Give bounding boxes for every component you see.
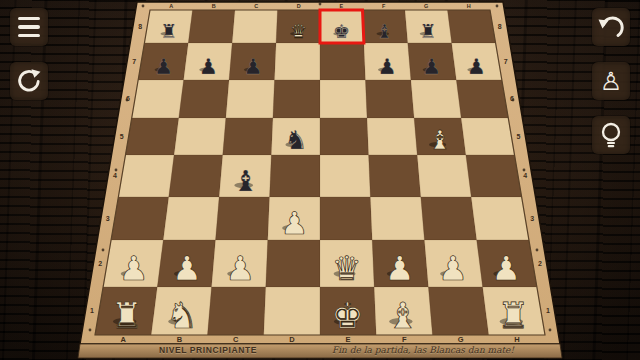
chess-board[interactable]: AABBCCDDEEFFGGHH8877665544332211♜♛♚♝♜♟♟♟… xyxy=(0,0,640,360)
square-g1[interactable] xyxy=(428,287,488,335)
frame-screw xyxy=(102,249,105,252)
square-d4[interactable] xyxy=(270,155,320,197)
menu-button[interactable] xyxy=(10,8,48,46)
coordinate-label: C xyxy=(254,3,258,9)
square-e3[interactable] xyxy=(320,197,372,240)
coordinate-label: H xyxy=(514,335,519,344)
frame-screw xyxy=(549,329,552,332)
level-label: NIVEL PRINCIPIANTE xyxy=(146,345,270,355)
piece-white-pawn-d3[interactable]: ♟ xyxy=(280,205,308,241)
player-side-button[interactable]: ♙ xyxy=(592,62,630,100)
coordinate-label: 1 xyxy=(90,307,94,314)
restart-button[interactable] xyxy=(10,62,48,100)
square-c3[interactable] xyxy=(216,197,270,240)
square-a4[interactable] xyxy=(118,155,174,197)
piece-white-pawn-c2[interactable]: ♟ xyxy=(225,249,255,288)
square-f3[interactable] xyxy=(370,197,424,240)
piece-black-pawn-b7[interactable]: ♟ xyxy=(199,54,218,79)
coordinate-label: D xyxy=(289,335,295,344)
square-h3[interactable] xyxy=(471,197,529,240)
square-f5[interactable] xyxy=(367,118,417,155)
coordinate-label: 1 xyxy=(546,307,550,314)
square-c5[interactable] xyxy=(223,118,273,155)
coordinate-label: 8 xyxy=(498,23,502,30)
square-c8[interactable] xyxy=(232,10,277,43)
coordinate-label: D xyxy=(297,3,301,9)
square-e4[interactable] xyxy=(320,155,370,197)
square-h5[interactable] xyxy=(461,118,514,155)
square-g3[interactable] xyxy=(421,197,477,240)
piece-white-knight-b1[interactable]: ♞ xyxy=(166,295,198,336)
coordinate-label: 7 xyxy=(504,58,508,65)
coordinate-label: 2 xyxy=(98,260,102,267)
square-a5[interactable] xyxy=(125,118,178,155)
frame-screw xyxy=(89,329,92,332)
undo-button[interactable] xyxy=(592,8,630,46)
coordinate-label: 8 xyxy=(138,23,142,30)
coordinate-label: 2 xyxy=(538,260,542,267)
piece-white-bishop-g5[interactable]: ♝ xyxy=(428,125,451,155)
piece-black-rook-g8[interactable]: ♜ xyxy=(419,20,436,42)
coordinate-label: E xyxy=(339,3,343,9)
coordinate-label: A xyxy=(169,3,173,9)
piece-white-king-e1[interactable]: ♚ xyxy=(332,295,364,336)
square-d6[interactable] xyxy=(273,80,320,118)
piece-white-pawn-f2[interactable]: ♟ xyxy=(385,249,415,288)
piece-black-rook-a8[interactable]: ♜ xyxy=(160,20,177,42)
square-f6[interactable] xyxy=(365,80,414,118)
frame-screw xyxy=(523,169,526,172)
square-c1[interactable] xyxy=(208,287,266,335)
menu-icon xyxy=(18,17,40,37)
square-a6[interactable] xyxy=(132,80,184,118)
hint-button[interactable] xyxy=(592,116,630,154)
piece-white-bishop-f1[interactable]: ♝ xyxy=(387,295,419,336)
chess-app-screen: AABBCCDDEEFFGGHH8877665544332211♜♛♚♝♜♟♟♟… xyxy=(0,0,640,360)
square-g6[interactable] xyxy=(411,80,461,118)
lightbulb-icon xyxy=(594,118,628,152)
coordinate-label: F xyxy=(402,335,407,344)
pawn-icon: ♙ xyxy=(600,69,622,94)
square-f4[interactable] xyxy=(369,155,421,197)
coordinate-label: 3 xyxy=(106,215,110,222)
square-g4[interactable] xyxy=(417,155,471,197)
frame-screw xyxy=(536,249,539,252)
square-h4[interactable] xyxy=(466,155,522,197)
square-b5[interactable] xyxy=(174,118,226,155)
undo-icon xyxy=(595,11,627,43)
piece-white-pawn-b2[interactable]: ♟ xyxy=(172,249,202,288)
piece-white-pawn-a2[interactable]: ♟ xyxy=(119,249,149,288)
coordinate-label: 4 xyxy=(113,172,117,179)
piece-white-pawn-g2[interactable]: ♟ xyxy=(438,249,468,288)
square-h6[interactable] xyxy=(456,80,508,118)
piece-white-rook-h1[interactable]: ♜ xyxy=(497,295,529,336)
square-a3[interactable] xyxy=(111,197,169,240)
square-d7[interactable] xyxy=(275,43,320,80)
square-d1[interactable] xyxy=(264,287,320,335)
square-h8[interactable] xyxy=(448,10,496,43)
coordinate-label: 6 xyxy=(126,95,130,102)
restart-icon xyxy=(14,66,44,96)
square-e6[interactable] xyxy=(320,80,367,118)
coordinate-label: H xyxy=(467,3,471,9)
status-message: Fin de la partida, las Blancas dan mate! xyxy=(316,345,530,355)
frame-screw xyxy=(319,3,322,6)
piece-white-queen-e2[interactable]: ♛ xyxy=(332,249,362,288)
square-b3[interactable] xyxy=(163,197,219,240)
frame-screw xyxy=(142,5,145,8)
coordinate-label: 3 xyxy=(530,215,534,222)
square-b8[interactable] xyxy=(188,10,235,43)
square-c6[interactable] xyxy=(226,80,275,118)
coordinate-label: B xyxy=(177,335,183,344)
coordinate-label: G xyxy=(424,3,428,9)
coordinate-label: G xyxy=(458,335,464,344)
square-b4[interactable] xyxy=(169,155,223,197)
piece-black-knight-d5[interactable]: ♞ xyxy=(284,125,307,155)
coordinate-label: 4 xyxy=(523,172,527,179)
piece-white-queen-d8[interactable]: ♛ xyxy=(290,20,307,42)
square-e7[interactable] xyxy=(320,43,365,80)
piece-black-king-e8[interactable]: ♚ xyxy=(333,20,350,42)
coordinate-label: 5 xyxy=(120,133,124,140)
coordinate-label: 7 xyxy=(132,58,136,65)
piece-black-pawn-c7[interactable]: ♟ xyxy=(243,54,262,79)
piece-black-pawn-g7[interactable]: ♟ xyxy=(422,54,441,79)
piece-black-pawn-f7[interactable]: ♟ xyxy=(377,54,396,79)
piece-black-bishop-c4[interactable]: ♝ xyxy=(233,164,259,198)
piece-black-bishop-f8[interactable]: ♝ xyxy=(376,20,393,42)
piece-black-pawn-a7[interactable]: ♟ xyxy=(154,54,173,79)
square-b6[interactable] xyxy=(179,80,229,118)
coordinate-label: B xyxy=(212,3,216,9)
coordinate-label: C xyxy=(233,335,239,344)
piece-black-pawn-h7[interactable]: ♟ xyxy=(467,54,486,79)
frame-screw xyxy=(496,5,499,8)
coordinate-label: E xyxy=(346,335,351,344)
square-e5[interactable] xyxy=(320,118,369,155)
piece-white-rook-a1[interactable]: ♜ xyxy=(111,295,143,336)
frame-screw xyxy=(115,169,118,172)
coordinate-label: 5 xyxy=(516,133,520,140)
coordinate-label: A xyxy=(120,335,126,344)
piece-white-pawn-h2[interactable]: ♟ xyxy=(491,249,521,288)
square-d2[interactable] xyxy=(266,240,320,287)
coordinate-label: 6 xyxy=(510,95,514,102)
